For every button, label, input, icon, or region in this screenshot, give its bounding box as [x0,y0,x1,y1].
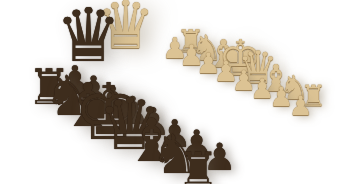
rank-label-4: 4 [284,138,293,143]
dark-rook-a8: ♜ [177,146,219,184]
square-d4 [194,95,230,113]
rank-label-6: 6 [252,162,262,168]
chess-set-product-photo: hgfedcba87654321 ♛♜♟♛♞♟♝♟♚♟♛♟♝♟♟♞♜♟♟♜♞♟♟… [0,0,350,184]
square-c4 [213,104,249,123]
rank-label-3: 3 [299,128,308,133]
square-a5 [237,133,276,155]
light-pawn-a2: ♟ [289,93,313,120]
rank-label-5: 5 [269,149,279,154]
square-a4 [254,123,290,144]
square-e4 [175,86,211,103]
rank-label-2: 2 [312,119,320,123]
square-f4 [156,78,192,94]
square-b4 [233,113,269,133]
